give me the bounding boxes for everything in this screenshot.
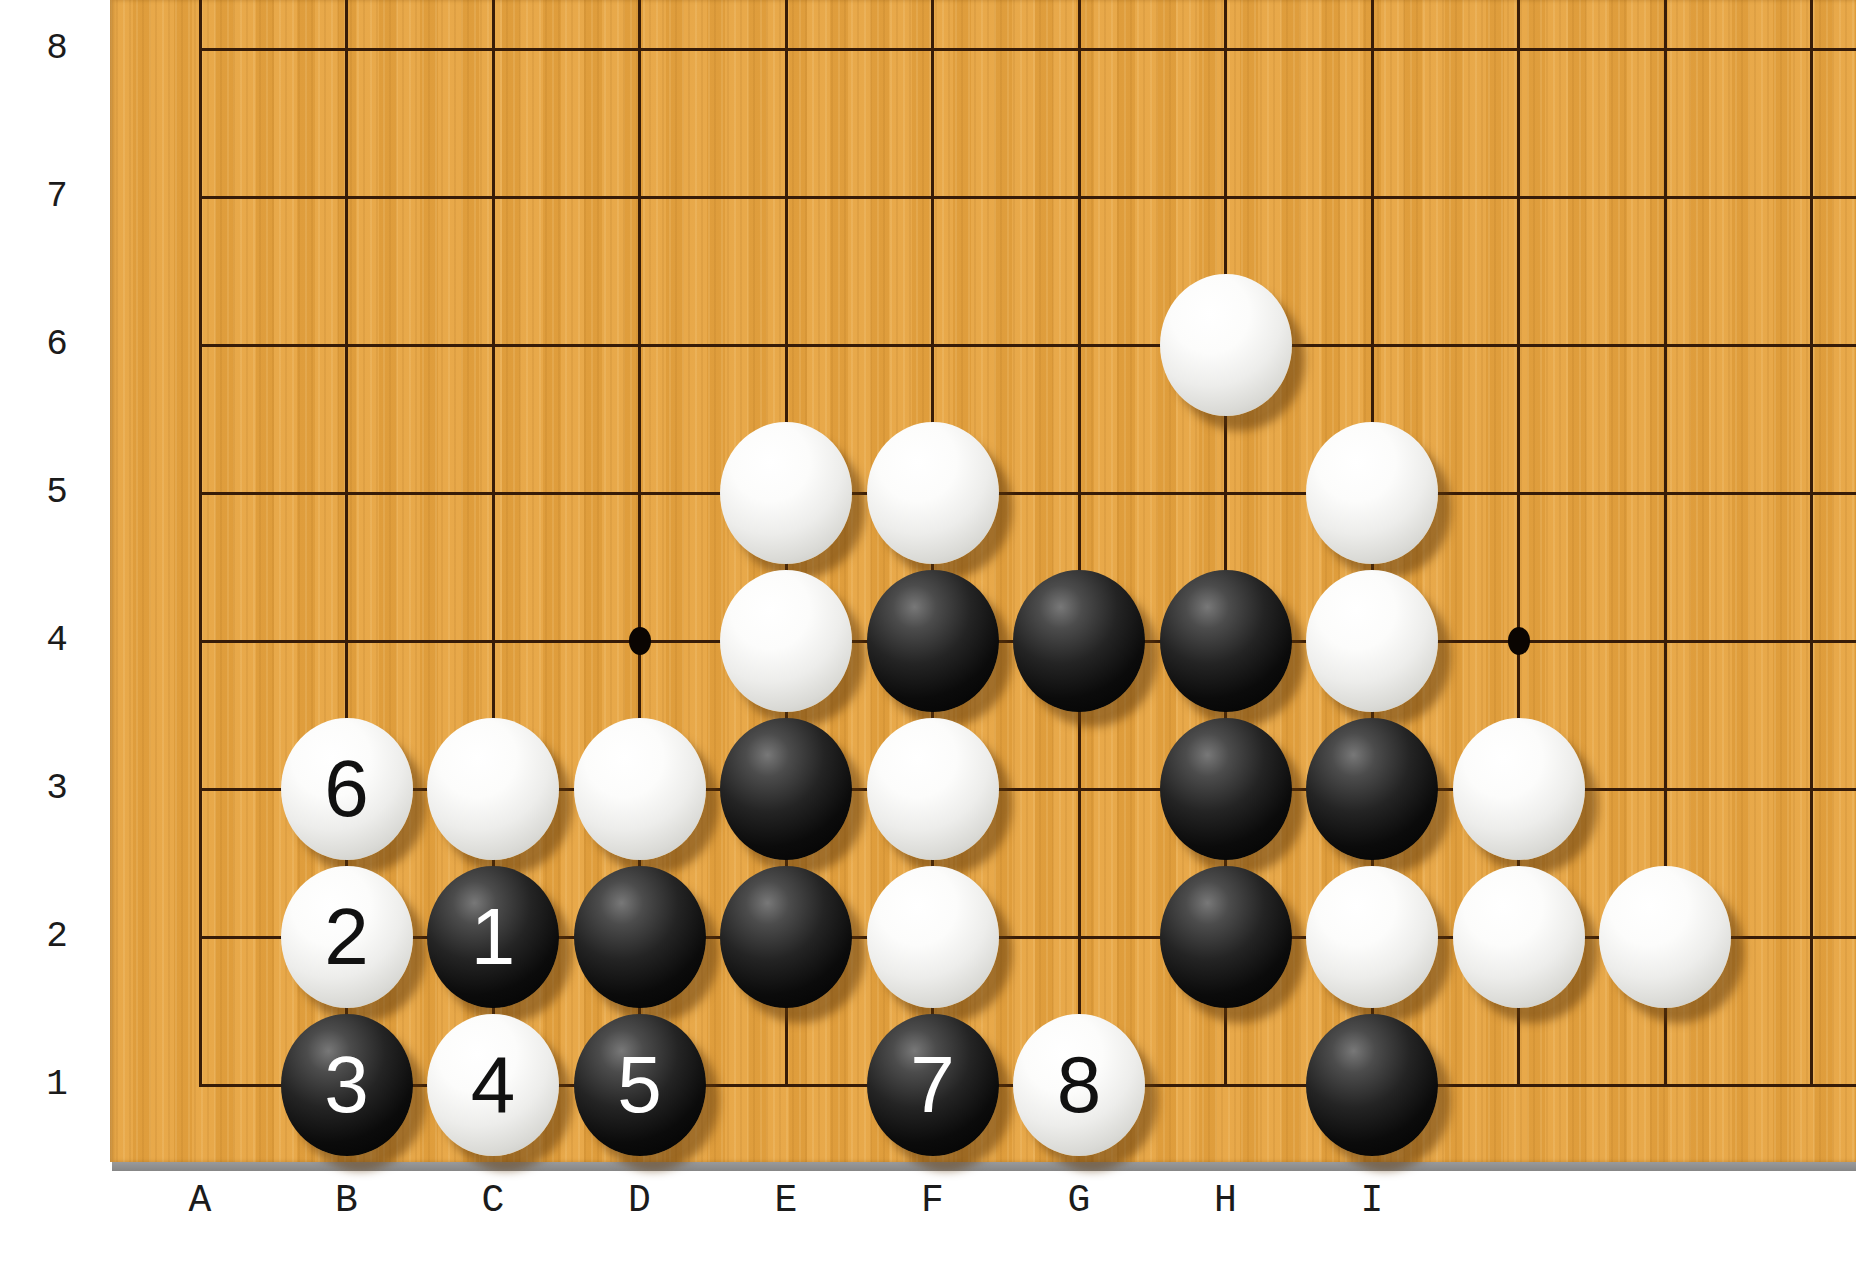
move-number-8: 8 bbox=[1057, 1045, 1102, 1125]
white-stone-H6[interactable] bbox=[1160, 274, 1292, 416]
black-stone-C2[interactable]: 1 bbox=[427, 866, 559, 1008]
move-number-2: 2 bbox=[324, 897, 369, 977]
white-stone-F2[interactable] bbox=[867, 866, 999, 1008]
white-stone-E4[interactable] bbox=[720, 570, 852, 712]
grid-line-col-G bbox=[1078, 0, 1081, 1087]
col-label-H: H bbox=[1214, 1182, 1237, 1220]
white-stone-E5[interactable] bbox=[720, 422, 852, 564]
black-stone-E2[interactable] bbox=[720, 866, 852, 1008]
move-number-5: 5 bbox=[617, 1045, 662, 1125]
black-stone-G4[interactable] bbox=[1013, 570, 1145, 712]
row-label-7: 7 bbox=[46, 179, 68, 215]
white-stone-C3[interactable] bbox=[427, 718, 559, 860]
black-stone-E3[interactable] bbox=[720, 718, 852, 860]
col-label-D: D bbox=[628, 1182, 651, 1220]
col-label-F: F bbox=[921, 1182, 944, 1220]
row-label-5: 5 bbox=[46, 475, 68, 511]
black-stone-H2[interactable] bbox=[1160, 866, 1292, 1008]
black-stone-D2[interactable] bbox=[574, 866, 706, 1008]
row-label-1: 1 bbox=[46, 1067, 68, 1103]
black-stone-F4[interactable] bbox=[867, 570, 999, 712]
col-label-I: I bbox=[1361, 1182, 1384, 1220]
black-stone-H3[interactable] bbox=[1160, 718, 1292, 860]
move-number-3: 3 bbox=[324, 1045, 369, 1125]
col-label-C: C bbox=[482, 1182, 505, 1220]
col-label-E: E bbox=[775, 1182, 798, 1220]
star-point-D4 bbox=[629, 627, 651, 655]
row-label-2: 2 bbox=[46, 919, 68, 955]
black-stone-I1[interactable] bbox=[1306, 1014, 1438, 1156]
grid-line-row-5 bbox=[199, 492, 1856, 495]
col-label-G: G bbox=[1068, 1182, 1091, 1220]
white-stone-B2[interactable]: 2 bbox=[281, 866, 413, 1008]
grid-line-row-6 bbox=[199, 344, 1856, 347]
move-number-1: 1 bbox=[471, 897, 516, 977]
move-number-6: 6 bbox=[324, 749, 369, 829]
black-stone-I3[interactable] bbox=[1306, 718, 1438, 860]
row-label-8: 8 bbox=[46, 31, 68, 67]
grid-line-col-L bbox=[1810, 0, 1813, 1087]
white-stone-C1[interactable]: 4 bbox=[427, 1014, 559, 1156]
grid-line-row-8 bbox=[199, 48, 1856, 51]
black-stone-D1[interactable]: 5 bbox=[574, 1014, 706, 1156]
white-stone-G1[interactable]: 8 bbox=[1013, 1014, 1145, 1156]
white-stone-D3[interactable] bbox=[574, 718, 706, 860]
black-stone-H4[interactable] bbox=[1160, 570, 1292, 712]
move-number-7: 7 bbox=[910, 1045, 955, 1125]
white-stone-B3[interactable]: 6 bbox=[281, 718, 413, 860]
black-stone-B1[interactable]: 3 bbox=[281, 1014, 413, 1156]
white-stone-F5[interactable] bbox=[867, 422, 999, 564]
white-stone-K2[interactable] bbox=[1599, 866, 1731, 1008]
black-stone-F1[interactable]: 7 bbox=[867, 1014, 999, 1156]
grid-line-col-A bbox=[199, 0, 202, 1087]
grid-line-row-7 bbox=[199, 196, 1856, 199]
row-label-3: 3 bbox=[46, 771, 68, 807]
col-label-A: A bbox=[189, 1182, 212, 1220]
row-label-4: 4 bbox=[46, 623, 68, 659]
move-number-4: 4 bbox=[471, 1045, 516, 1125]
white-stone-I2[interactable] bbox=[1306, 866, 1438, 1008]
star-point-J4 bbox=[1508, 627, 1530, 655]
col-label-B: B bbox=[335, 1182, 358, 1220]
go-diagram: 62134578ABCDEFGHI87654321 bbox=[0, 0, 1856, 1280]
white-stone-I4[interactable] bbox=[1306, 570, 1438, 712]
white-stone-F3[interactable] bbox=[867, 718, 999, 860]
white-stone-J2[interactable] bbox=[1453, 866, 1585, 1008]
white-stone-I5[interactable] bbox=[1306, 422, 1438, 564]
white-stone-J3[interactable] bbox=[1453, 718, 1585, 860]
row-label-6: 6 bbox=[46, 327, 68, 363]
